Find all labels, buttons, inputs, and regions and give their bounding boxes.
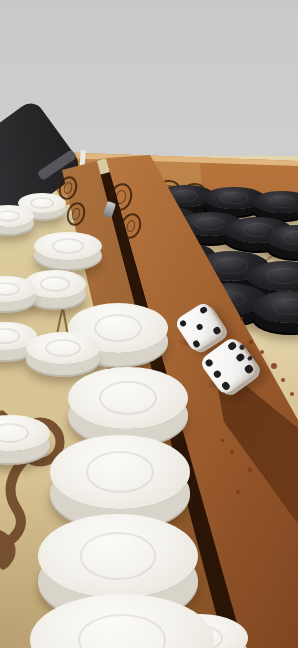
wood-speckle [290, 392, 294, 396]
wood-speckle [271, 363, 277, 369]
die-pip [221, 380, 231, 390]
die-pip [192, 339, 201, 348]
wood-speckle [249, 340, 253, 344]
wood-speckle [248, 468, 252, 472]
wood-speckle [260, 350, 264, 354]
die-pip [212, 326, 221, 335]
die-pip [235, 353, 245, 363]
white-checker[interactable] [38, 514, 198, 598]
die-pip [227, 341, 237, 351]
white-checker[interactable] [50, 435, 190, 509]
die-pip [212, 369, 222, 379]
wood-speckle [236, 490, 240, 494]
wood-speckle [230, 450, 234, 454]
die-pip [196, 323, 205, 332]
wood-speckle [240, 317, 243, 320]
white-checker[interactable] [26, 332, 100, 364]
backgammon-photo [0, 0, 298, 648]
white-checker[interactable] [68, 367, 188, 429]
die-pip [199, 306, 208, 315]
die-pip [204, 358, 214, 368]
wood-speckle [281, 378, 285, 382]
die-pip [179, 319, 188, 328]
die-pip [243, 364, 253, 374]
white-checker[interactable] [34, 232, 102, 260]
wood-speckle [221, 439, 224, 442]
